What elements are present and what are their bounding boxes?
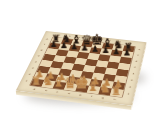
chess-board: abcdefgh abcdefgh 87654321 87654321 ♜♞♝♛… <box>16 31 147 106</box>
rank-label: 2 <box>28 74 31 76</box>
rank-label: 6 <box>40 50 43 52</box>
rank-label: 5 <box>37 55 40 57</box>
rank-label: 7 <box>137 55 139 57</box>
file-label: b <box>44 90 47 92</box>
file-label: f <box>109 40 110 42</box>
file-label: e <box>79 94 82 96</box>
file-label: d <box>88 38 90 40</box>
file-label: a <box>58 34 60 36</box>
file-label: g <box>101 97 104 99</box>
file-label: a <box>33 88 36 90</box>
file-label: b <box>68 36 70 38</box>
file-label: d <box>67 93 70 95</box>
file-label: g <box>119 41 121 43</box>
product-photo: abcdefgh abcdefgh 87654321 87654321 ♜♞♝♛… <box>0 0 166 120</box>
square-b4 <box>50 61 63 68</box>
rank-label: 8 <box>46 39 48 41</box>
file-label: f <box>91 96 93 98</box>
rank-label: 4 <box>34 61 37 63</box>
rank-label: 5 <box>134 67 136 69</box>
file-label: h <box>129 42 131 44</box>
file-label: e <box>99 39 101 41</box>
rank-label: 2 <box>129 86 131 88</box>
square-h1: ♜ <box>110 89 124 97</box>
file-label: c <box>56 91 58 93</box>
square-g3 <box>103 74 116 82</box>
rank-label: 3 <box>31 67 34 69</box>
square-h6 <box>119 57 131 64</box>
rank-label: 1 <box>25 80 28 82</box>
rank-label: 7 <box>43 44 46 46</box>
rank-label: 4 <box>132 73 134 75</box>
piece-white-pawn: ♟ <box>68 74 76 83</box>
rank-label: 6 <box>135 61 137 63</box>
rank-label: 3 <box>131 80 133 82</box>
file-label: h <box>113 99 116 101</box>
rank-label: 8 <box>138 49 140 51</box>
square-g5 <box>107 62 120 69</box>
scene: abcdefgh abcdefgh 87654321 87654321 ♜♞♝♛… <box>0 0 166 120</box>
rank-label: 1 <box>127 93 130 95</box>
file-label: c <box>78 37 80 39</box>
